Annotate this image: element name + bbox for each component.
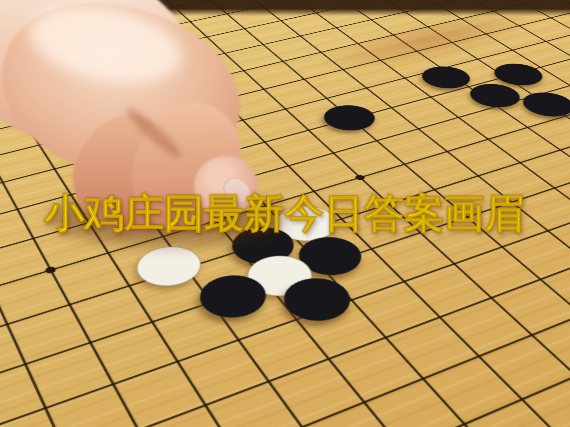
go-photo-screenshot: ●●●●●●●●●●●● 小鸡庄园最新今日答案画眉 [0, 0, 570, 427]
caption-text: 小鸡庄园最新今日答案画眉 [44, 186, 524, 241]
